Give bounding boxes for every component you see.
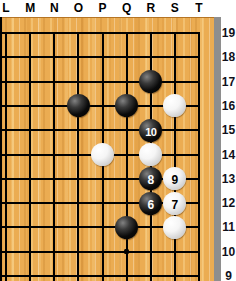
stone-white-R14 (139, 143, 162, 166)
grid-line-col-L (5, 32, 7, 281)
row-label-18: 18 (221, 49, 236, 65)
board-left-clip-edge (0, 17, 2, 281)
grid-line-col-O (77, 32, 79, 281)
grid-line-col-M (29, 32, 31, 281)
row-label-13: 13 (221, 171, 236, 187)
stone-black-Q16 (115, 94, 138, 117)
column-label-N: N (42, 0, 66, 17)
stone-black-R13-move-8: 8 (139, 167, 162, 190)
stone-black-R15-move-10: 10 (139, 119, 162, 142)
grid-line-col-Q (126, 32, 128, 281)
row-label-17: 17 (221, 74, 236, 90)
star-point-Q10 (124, 249, 129, 254)
column-label-P: P (91, 0, 115, 17)
stone-white-S16 (163, 94, 186, 117)
move-number-label: 7 (172, 198, 179, 212)
go-diagram: LMNOPQRST 191817161514131211109 108697 (0, 0, 236, 281)
stone-white-P14 (91, 143, 114, 166)
move-number-label: 6 (147, 198, 154, 212)
column-label-O: O (66, 0, 90, 17)
row-label-9: 9 (221, 268, 236, 281)
column-label-T: T (187, 0, 211, 17)
go-board[interactable]: 108697 (0, 17, 214, 281)
stone-white-S12-move-7: 7 (163, 192, 186, 215)
row-label-10: 10 (221, 244, 236, 260)
grid-line-col-S (174, 32, 176, 281)
row-label-11: 11 (221, 219, 236, 235)
column-label-Q: Q (115, 0, 139, 17)
stone-black-Q11 (115, 216, 138, 239)
move-number-label: 9 (172, 173, 179, 187)
column-label-M: M (18, 0, 42, 17)
row-label-16: 16 (221, 98, 236, 114)
move-number-label: 10 (145, 126, 156, 138)
stone-white-S13-move-9: 9 (163, 167, 186, 190)
row-label-15: 15 (221, 122, 236, 138)
move-number-label: 8 (147, 173, 154, 187)
column-label-R: R (139, 0, 163, 17)
column-label-L: L (0, 0, 18, 17)
row-label-14: 14 (221, 147, 236, 163)
stone-black-R12-move-6: 6 (139, 192, 162, 215)
column-label-S: S (163, 0, 187, 17)
row-label-12: 12 (221, 195, 236, 211)
stone-black-R17 (139, 70, 162, 93)
board-shadow (214, 17, 221, 281)
grid-line-col-N (53, 32, 55, 281)
row-label-19: 19 (221, 25, 236, 41)
grid-line-col-T (198, 32, 200, 281)
stone-white-S11 (163, 216, 186, 239)
stone-black-O16 (67, 94, 90, 117)
